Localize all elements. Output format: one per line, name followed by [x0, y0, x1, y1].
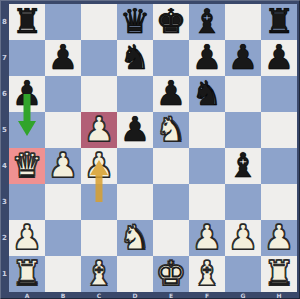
piece-white-pawn-c5[interactable]: ♟: [84, 112, 114, 146]
piece-black-queen-d8[interactable]: ♛: [120, 4, 150, 38]
square-b5[interactable]: [45, 112, 81, 148]
piece-black-pawn-b7[interactable]: ♟: [48, 40, 78, 74]
square-f6[interactable]: ♞: [189, 76, 225, 112]
square-g1[interactable]: [225, 256, 261, 292]
square-d2[interactable]: ♞: [117, 220, 153, 256]
square-b1[interactable]: [45, 256, 81, 292]
square-c4[interactable]: ♟: [81, 148, 117, 184]
square-a8[interactable]: ♜: [9, 4, 45, 40]
square-e3[interactable]: [153, 184, 189, 220]
piece-white-pawn-f2[interactable]: ♟: [192, 220, 222, 254]
file-label-b: B: [45, 292, 81, 299]
piece-black-pawn-g7[interactable]: ♟: [228, 40, 258, 74]
square-d4[interactable]: [117, 148, 153, 184]
piece-white-queen-a4[interactable]: ♛: [12, 148, 42, 182]
square-g6[interactable]: [225, 76, 261, 112]
square-a5[interactable]: [9, 112, 45, 148]
square-h6[interactable]: [261, 76, 297, 112]
square-h7[interactable]: ♟: [261, 40, 297, 76]
square-c8[interactable]: [81, 4, 117, 40]
piece-white-rook-a1[interactable]: ♜: [12, 256, 42, 290]
square-h8[interactable]: ♜: [261, 4, 297, 40]
square-c1[interactable]: ♝: [81, 256, 117, 292]
piece-black-bishop-f8[interactable]: ♝: [192, 4, 222, 38]
piece-black-pawn-e6[interactable]: ♟: [156, 76, 186, 110]
file-label-g: G: [225, 292, 261, 299]
square-e7[interactable]: [153, 40, 189, 76]
square-c7[interactable]: [81, 40, 117, 76]
rank-label-3: 3: [0, 184, 9, 220]
square-e2[interactable]: [153, 220, 189, 256]
square-h5[interactable]: [261, 112, 297, 148]
square-g4[interactable]: ♝: [225, 148, 261, 184]
rank-label-4: 4: [0, 148, 9, 184]
square-b4[interactable]: ♟: [45, 148, 81, 184]
piece-black-knight-d7[interactable]: ♞: [120, 40, 150, 74]
square-e5[interactable]: ♞: [153, 112, 189, 148]
square-f3[interactable]: [189, 184, 225, 220]
square-d3[interactable]: [117, 184, 153, 220]
square-e6[interactable]: ♟: [153, 76, 189, 112]
square-e4[interactable]: [153, 148, 189, 184]
piece-white-pawn-h2[interactable]: ♟: [264, 220, 294, 254]
file-label-d: D: [117, 292, 153, 299]
piece-black-rook-h8[interactable]: ♜: [264, 4, 294, 38]
square-b7[interactable]: ♟: [45, 40, 81, 76]
square-a3[interactable]: [9, 184, 45, 220]
square-g2[interactable]: ♟: [225, 220, 261, 256]
square-h1[interactable]: ♜: [261, 256, 297, 292]
piece-black-pawn-h7[interactable]: ♟: [264, 40, 294, 74]
piece-white-bishop-f1[interactable]: ♝: [192, 256, 222, 290]
piece-white-rook-h1[interactable]: ♜: [264, 256, 294, 290]
square-a4[interactable]: ♛: [9, 148, 45, 184]
square-b2[interactable]: [45, 220, 81, 256]
square-h4[interactable]: [261, 148, 297, 184]
piece-black-pawn-d5[interactable]: ♟: [120, 112, 150, 146]
piece-black-rook-a8[interactable]: ♜: [12, 4, 42, 38]
piece-white-pawn-g2[interactable]: ♟: [228, 220, 258, 254]
square-f2[interactable]: ♟: [189, 220, 225, 256]
rank-label-8: 8: [0, 4, 9, 40]
square-f1[interactable]: ♝: [189, 256, 225, 292]
square-d1[interactable]: [117, 256, 153, 292]
square-d8[interactable]: ♛: [117, 4, 153, 40]
square-e1[interactable]: ♚: [153, 256, 189, 292]
square-f5[interactable]: [189, 112, 225, 148]
square-d6[interactable]: [117, 76, 153, 112]
square-b6[interactable]: [45, 76, 81, 112]
piece-black-bishop-g4[interactable]: ♝: [228, 148, 258, 182]
rank-label-5: 5: [0, 112, 9, 148]
square-h2[interactable]: ♟: [261, 220, 297, 256]
piece-white-pawn-b4[interactable]: ♟: [48, 148, 78, 182]
square-a1[interactable]: ♜: [9, 256, 45, 292]
piece-black-pawn-f7[interactable]: ♟: [192, 40, 222, 74]
square-g5[interactable]: [225, 112, 261, 148]
piece-white-knight-d2[interactable]: ♞: [120, 220, 150, 254]
rank-label-7: 7: [0, 40, 9, 76]
square-a2[interactable]: ♟: [9, 220, 45, 256]
chess-board: ♜♛♚♝♜♟♞♟♟♟♟♟♞♟♟♞♛♟♟♝♟♞♟♟♟♜♝♚♝♜ 87654321 …: [0, 0, 300, 299]
square-b3[interactable]: [45, 184, 81, 220]
piece-white-knight-e5[interactable]: ♞: [156, 112, 186, 146]
square-e8[interactable]: ♚: [153, 4, 189, 40]
piece-black-pawn-a6[interactable]: ♟: [12, 76, 42, 110]
piece-white-pawn-c4[interactable]: ♟: [84, 148, 114, 182]
square-c5[interactable]: ♟: [81, 112, 117, 148]
square-a7[interactable]: [9, 40, 45, 76]
square-f8[interactable]: ♝: [189, 4, 225, 40]
board-grid: ♜♛♚♝♜♟♞♟♟♟♟♟♞♟♟♞♛♟♟♝♟♞♟♟♟♜♝♚♝♜: [9, 4, 297, 292]
square-g3[interactable]: [225, 184, 261, 220]
file-label-f: F: [189, 292, 225, 299]
file-label-e: E: [153, 292, 189, 299]
square-d7[interactable]: ♞: [117, 40, 153, 76]
square-f4[interactable]: [189, 148, 225, 184]
piece-white-bishop-c1[interactable]: ♝: [84, 256, 114, 290]
square-h3[interactable]: [261, 184, 297, 220]
square-a6[interactable]: ♟: [9, 76, 45, 112]
square-g7[interactable]: ♟: [225, 40, 261, 76]
rank-label-6: 6: [0, 76, 9, 112]
square-f7[interactable]: ♟: [189, 40, 225, 76]
piece-white-king-e1[interactable]: ♚: [156, 256, 186, 290]
rank-label-2: 2: [0, 220, 9, 256]
piece-white-pawn-a2[interactable]: ♟: [12, 220, 42, 254]
square-c6[interactable]: [81, 76, 117, 112]
rank-label-1: 1: [0, 256, 9, 292]
file-label-a: A: [9, 292, 45, 299]
file-label-h: H: [261, 292, 297, 299]
file-label-c: C: [81, 292, 117, 299]
piece-black-knight-f6[interactable]: ♞: [192, 76, 222, 110]
square-c3[interactable]: [81, 184, 117, 220]
square-c2[interactable]: [81, 220, 117, 256]
piece-black-king-e8[interactable]: ♚: [156, 4, 186, 38]
square-d5[interactable]: ♟: [117, 112, 153, 148]
square-g8[interactable]: [225, 4, 261, 40]
square-b8[interactable]: [45, 4, 81, 40]
